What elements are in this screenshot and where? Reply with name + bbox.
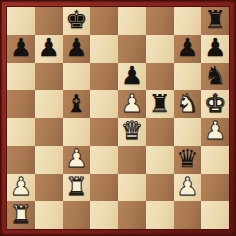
square-f8[interactable] xyxy=(146,7,174,35)
square-d4[interactable] xyxy=(90,118,118,146)
square-e3[interactable] xyxy=(118,146,146,174)
square-h4[interactable]: ♟ xyxy=(201,118,229,146)
square-e1[interactable] xyxy=(118,201,146,229)
square-a4[interactable] xyxy=(7,118,35,146)
square-f5[interactable]: ♜ xyxy=(146,90,174,118)
square-f7[interactable] xyxy=(146,35,174,63)
square-d6[interactable] xyxy=(90,63,118,91)
square-b6[interactable] xyxy=(35,63,63,91)
square-h5[interactable]: ♚ xyxy=(201,90,229,118)
square-g4[interactable] xyxy=(174,118,202,146)
square-b4[interactable] xyxy=(35,118,63,146)
square-a7[interactable]: ♟ xyxy=(7,35,35,63)
square-f1[interactable] xyxy=(146,201,174,229)
square-a5[interactable] xyxy=(7,90,35,118)
piece-black-pawn-a7[interactable]: ♟ xyxy=(10,35,32,60)
piece-white-knight-g5[interactable]: ♞ xyxy=(176,91,198,116)
piece-black-pawn-c7[interactable]: ♟ xyxy=(65,35,87,60)
square-c1[interactable] xyxy=(63,201,91,229)
piece-black-king-c8[interactable]: ♚ xyxy=(65,7,87,32)
square-d8[interactable] xyxy=(90,7,118,35)
square-g5[interactable]: ♞ xyxy=(174,90,202,118)
square-f2[interactable] xyxy=(146,174,174,202)
square-d5[interactable] xyxy=(90,90,118,118)
square-g3[interactable]: ♛ xyxy=(174,146,202,174)
square-b2[interactable] xyxy=(35,174,63,202)
square-b8[interactable] xyxy=(35,7,63,35)
square-d3[interactable] xyxy=(90,146,118,174)
square-a8[interactable] xyxy=(7,7,35,35)
square-h3[interactable] xyxy=(201,146,229,174)
piece-white-king-h5[interactable]: ♚ xyxy=(204,91,226,116)
square-h1[interactable] xyxy=(201,201,229,229)
square-h6[interactable]: ♞ xyxy=(201,63,229,91)
square-a2[interactable]: ♟ xyxy=(7,174,35,202)
square-a6[interactable] xyxy=(7,63,35,91)
piece-white-pawn-h4[interactable]: ♟ xyxy=(204,118,226,143)
square-c7[interactable]: ♟ xyxy=(63,35,91,63)
square-c8[interactable]: ♚ xyxy=(63,7,91,35)
piece-white-pawn-e5[interactable]: ♟ xyxy=(121,91,143,116)
square-b1[interactable] xyxy=(35,201,63,229)
square-h8[interactable]: ♜ xyxy=(201,7,229,35)
square-c2[interactable]: ♜ xyxy=(63,174,91,202)
piece-black-knight-h6[interactable]: ♞ xyxy=(204,63,226,88)
board-frame: ♚♜♟♟♟♟♟♟♞♝♟♜♞♚♛♟♟♛♟♜♟♜ xyxy=(0,0,236,236)
square-h7[interactable]: ♟ xyxy=(201,35,229,63)
piece-black-rook-h8[interactable]: ♜ xyxy=(204,7,226,32)
piece-black-pawn-g7[interactable]: ♟ xyxy=(176,35,198,60)
square-e7[interactable] xyxy=(118,35,146,63)
square-g2[interactable]: ♟ xyxy=(174,174,202,202)
piece-black-queen-g3[interactable]: ♛ xyxy=(176,146,198,171)
piece-black-rook-f5[interactable]: ♜ xyxy=(148,91,170,116)
piece-white-rook-a1[interactable]: ♜ xyxy=(10,202,32,227)
chess-board: ♚♜♟♟♟♟♟♟♞♝♟♜♞♚♛♟♟♛♟♜♟♜ xyxy=(7,7,229,229)
square-e6[interactable]: ♟ xyxy=(118,63,146,91)
square-f4[interactable] xyxy=(146,118,174,146)
square-c6[interactable] xyxy=(63,63,91,91)
square-d2[interactable] xyxy=(90,174,118,202)
square-g1[interactable] xyxy=(174,201,202,229)
square-a3[interactable] xyxy=(7,146,35,174)
square-g8[interactable] xyxy=(174,7,202,35)
piece-white-pawn-a2[interactable]: ♟ xyxy=(10,174,32,199)
square-c3[interactable]: ♟ xyxy=(63,146,91,174)
square-g7[interactable]: ♟ xyxy=(174,35,202,63)
square-e5[interactable]: ♟ xyxy=(118,90,146,118)
square-c4[interactable] xyxy=(63,118,91,146)
square-h2[interactable] xyxy=(201,174,229,202)
square-e2[interactable] xyxy=(118,174,146,202)
piece-white-pawn-c3[interactable]: ♟ xyxy=(65,146,87,171)
square-d7[interactable] xyxy=(90,35,118,63)
square-c5[interactable]: ♝ xyxy=(63,90,91,118)
piece-black-bishop-c5[interactable]: ♝ xyxy=(65,91,87,116)
piece-white-rook-c2[interactable]: ♜ xyxy=(65,174,87,199)
square-b3[interactable] xyxy=(35,146,63,174)
piece-white-queen-e4[interactable]: ♛ xyxy=(121,118,143,143)
square-g6[interactable] xyxy=(174,63,202,91)
square-b7[interactable]: ♟ xyxy=(35,35,63,63)
piece-black-pawn-h7[interactable]: ♟ xyxy=(204,35,226,60)
square-a1[interactable]: ♜ xyxy=(7,201,35,229)
piece-black-pawn-e6[interactable]: ♟ xyxy=(121,63,143,88)
piece-white-pawn-g2[interactable]: ♟ xyxy=(176,174,198,199)
square-b5[interactable] xyxy=(35,90,63,118)
square-f3[interactable] xyxy=(146,146,174,174)
square-e4[interactable]: ♛ xyxy=(118,118,146,146)
piece-black-pawn-b7[interactable]: ♟ xyxy=(37,35,59,60)
square-f6[interactable] xyxy=(146,63,174,91)
square-e8[interactable] xyxy=(118,7,146,35)
square-d1[interactable] xyxy=(90,201,118,229)
